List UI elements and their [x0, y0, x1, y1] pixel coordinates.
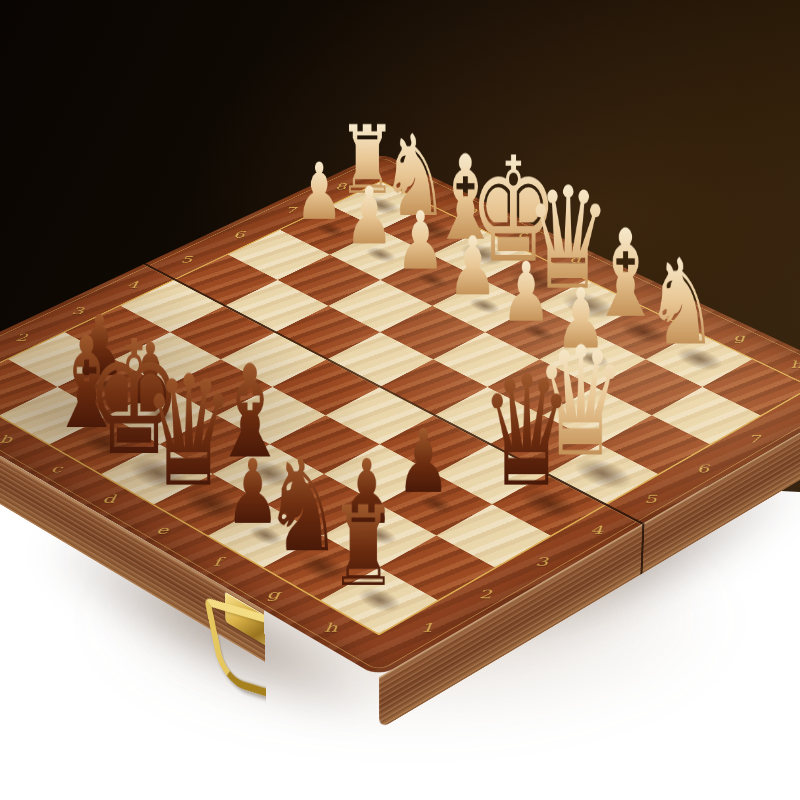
perspective-wrapper: aabbccddeeffgghh1122334455667788 ♜♞♝♚♛♝♞…: [0, 0, 800, 800]
chess-board: aabbccddeeffgghh1122334455667788 ♜♞♝♚♛♝♞…: [0, 153, 800, 678]
dark-rook-h1[interactable]: ♜: [329, 495, 397, 600]
dark-pawn-g3[interactable]: ♟: [396, 421, 450, 505]
dark-queen-h4[interactable]: ♛: [480, 359, 573, 504]
scene: aabbccddeeffgghh1122334455667788 ♜♞♝♚♛♝♞…: [0, 0, 800, 800]
dark-queen-e1[interactable]: ♛: [142, 359, 235, 504]
wall-fold-seam: [640, 523, 644, 575]
